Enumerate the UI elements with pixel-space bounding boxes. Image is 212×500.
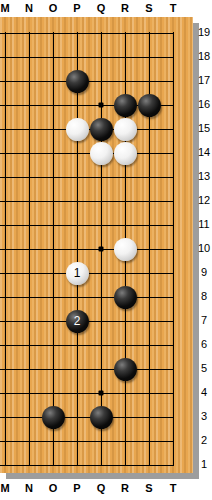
board-point-Q17[interactable] [89,69,113,93]
board-point-N19[interactable] [17,21,41,45]
board-point-R13[interactable] [113,165,137,189]
board-point-O18[interactable] [41,45,65,69]
board-point-O2[interactable] [41,429,65,453]
board-point-P9[interactable]: 1 [65,261,89,285]
black-stone-O3 [42,406,65,429]
black-stone-P7-move-2: 2 [66,310,89,333]
board-point-S3[interactable] [137,405,161,429]
board-point-Q7[interactable] [89,309,113,333]
board-point-P18[interactable] [65,45,89,69]
board-point-M5[interactable] [0,357,17,381]
board-point-O8[interactable] [41,285,65,309]
row-label-16: 16 [196,98,212,110]
board-point-N1[interactable] [17,453,41,477]
board-point-P13[interactable] [65,165,89,189]
column-label-bottom-S: S [137,482,161,494]
board-point-R10[interactable] [113,237,137,261]
board-point-Q3[interactable] [89,405,113,429]
board-point-O9[interactable] [41,261,65,285]
board-point-Q18[interactable] [89,45,113,69]
row-label-12: 12 [196,194,212,206]
row-label-10: 10 [196,242,212,254]
board-point-P17[interactable] [65,69,89,93]
column-label-top-S: S [137,2,161,14]
board-point-O11[interactable] [41,213,65,237]
board-point-R17[interactable] [113,69,137,93]
board-point-O19[interactable] [41,21,65,45]
board-point-M9[interactable] [0,261,17,285]
board-point-N3[interactable] [17,405,41,429]
row-label-17: 17 [196,74,212,86]
board-point-N15[interactable] [17,117,41,141]
board-point-R16[interactable] [113,93,137,117]
board-point-T15[interactable] [161,117,185,141]
row-label-5: 5 [196,362,212,374]
row-label-14: 14 [196,146,212,158]
board-point-T12[interactable] [161,189,185,213]
board-point-R8[interactable] [113,285,137,309]
board-point-S5[interactable] [137,357,161,381]
board-point-S2[interactable] [137,429,161,453]
board-point-N18[interactable] [17,45,41,69]
board-point-S17[interactable] [137,69,161,93]
board-point-R7[interactable] [113,309,137,333]
board-point-T17[interactable] [161,69,185,93]
board-point-T1[interactable] [161,453,185,477]
board-point-R19[interactable] [113,21,137,45]
board-point-Q1[interactable] [89,453,113,477]
board-point-O13[interactable] [41,165,65,189]
board-point-T18[interactable] [161,45,185,69]
white-stone-P9-move-1: 1 [66,262,89,285]
board-point-Q4[interactable] [89,381,113,405]
column-label-bottom-M: M [0,482,17,494]
board-point-M11[interactable] [0,213,17,237]
board-point-T4[interactable] [161,381,185,405]
board-point-O7[interactable] [41,309,65,333]
board-point-Q16[interactable] [89,93,113,117]
board-point-O12[interactable] [41,189,65,213]
board-point-R1[interactable] [113,453,137,477]
board-point-T6[interactable] [161,333,185,357]
board-point-O14[interactable] [41,141,65,165]
board-point-M13[interactable] [0,165,17,189]
board-point-S14[interactable] [137,141,161,165]
board-point-O3[interactable] [41,405,65,429]
black-stone-Q3 [90,406,113,429]
board-point-Q2[interactable] [89,429,113,453]
board-point-R4[interactable] [113,381,137,405]
board-point-Q8[interactable] [89,285,113,309]
board-point-P1[interactable] [65,453,89,477]
board-point-O16[interactable] [41,93,65,117]
board-point-N4[interactable] [17,381,41,405]
white-stone-P15 [66,118,89,141]
board-point-T9[interactable] [161,261,185,285]
black-stone-R8 [114,286,137,309]
black-stone-P17 [66,70,89,93]
row-label-13: 13 [196,170,212,182]
board-point-O4[interactable] [41,381,65,405]
black-stone-Q15 [90,118,113,141]
board-point-M16[interactable] [0,93,17,117]
board-point-N8[interactable] [17,285,41,309]
board-point-S1[interactable] [137,453,161,477]
row-label-15: 15 [196,122,212,134]
board-point-M3[interactable] [0,405,17,429]
board-point-O10[interactable] [41,237,65,261]
board-point-M14[interactable] [0,141,17,165]
board-point-T19[interactable] [161,21,185,45]
row-label-7: 7 [196,314,212,326]
board-point-P10[interactable] [65,237,89,261]
board-point-M2[interactable] [0,429,17,453]
board-point-N10[interactable] [17,237,41,261]
row-label-2: 2 [196,434,212,446]
board-point-N2[interactable] [17,429,41,453]
board-point-O15[interactable] [41,117,65,141]
board-point-M7[interactable] [0,309,17,333]
board-point-O5[interactable] [41,357,65,381]
board-point-P15[interactable] [65,117,89,141]
board-point-P5[interactable] [65,357,89,381]
black-stone-S16 [138,94,161,117]
board-point-T2[interactable] [161,429,185,453]
board-point-R12[interactable] [113,189,137,213]
board-point-M1[interactable] [0,453,17,477]
board-point-S9[interactable] [137,261,161,285]
board-point-P14[interactable] [65,141,89,165]
board-point-S15[interactable] [137,117,161,141]
board-point-T7[interactable] [161,309,185,333]
board-point-Q11[interactable] [89,213,113,237]
board-point-P8[interactable] [65,285,89,309]
board-point-M10[interactable] [0,237,17,261]
board-point-S4[interactable] [137,381,161,405]
column-label-top-Q: Q [89,2,113,14]
row-label-9: 9 [196,266,212,278]
board-point-O17[interactable] [41,69,65,93]
column-label-bottom-T: T [161,482,185,494]
board-point-N16[interactable] [17,93,41,117]
black-stone-R16 [114,94,137,117]
board-point-Q14[interactable] [89,141,113,165]
board-point-M8[interactable] [0,285,17,309]
board-point-Q5[interactable] [89,357,113,381]
board-point-N14[interactable] [17,141,41,165]
board-point-R3[interactable] [113,405,137,429]
board-point-O6[interactable] [41,333,65,357]
board-point-T5[interactable] [161,357,185,381]
column-label-top-T: T [161,2,185,14]
white-stone-R10 [114,238,137,261]
row-label-3: 3 [196,410,212,422]
board-point-N17[interactable] [17,69,41,93]
board-point-S7[interactable] [137,309,161,333]
board-point-S11[interactable] [137,213,161,237]
column-label-bottom-Q: Q [89,482,113,494]
board-point-T13[interactable] [161,165,185,189]
column-label-top-M: M [0,2,17,14]
board-point-N11[interactable] [17,213,41,237]
board-point-P4[interactable] [65,381,89,405]
board-point-S13[interactable] [137,165,161,189]
board-point-M6[interactable] [0,333,17,357]
board-point-P12[interactable] [65,189,89,213]
board-point-R6[interactable] [113,333,137,357]
board-point-S19[interactable] [137,21,161,45]
go-board: 12 [0,17,193,473]
board-point-S6[interactable] [137,333,161,357]
column-label-bottom-P: P [65,482,89,494]
board-point-R15[interactable] [113,117,137,141]
board-point-P16[interactable] [65,93,89,117]
black-stone-R5 [114,358,137,381]
board-point-T3[interactable] [161,405,185,429]
board-point-Q12[interactable] [89,189,113,213]
board-point-S12[interactable] [137,189,161,213]
board-point-Q10[interactable] [89,237,113,261]
column-label-top-O: O [41,2,65,14]
board-point-M17[interactable] [0,69,17,93]
board-point-Q13[interactable] [89,165,113,189]
row-label-18: 18 [196,50,212,62]
board-point-P19[interactable] [65,21,89,45]
board-point-T16[interactable] [161,93,185,117]
board-point-R11[interactable] [113,213,137,237]
white-stone-R15 [114,118,137,141]
row-label-6: 6 [196,338,212,350]
board-point-T10[interactable] [161,237,185,261]
board-point-P6[interactable] [65,333,89,357]
board-point-T11[interactable] [161,213,185,237]
board-point-R14[interactable] [113,141,137,165]
board-point-M15[interactable] [0,117,17,141]
go-board-grid: 12 [0,21,185,477]
column-label-bottom-R: R [113,482,137,494]
column-label-top-N: N [17,2,41,14]
board-point-M12[interactable] [0,189,17,213]
board-point-S10[interactable] [137,237,161,261]
board-point-Q9[interactable] [89,261,113,285]
board-point-S18[interactable] [137,45,161,69]
board-point-Q6[interactable] [89,333,113,357]
board-point-T14[interactable] [161,141,185,165]
column-label-top-P: P [65,2,89,14]
board-point-M18[interactable] [0,45,17,69]
board-point-R2[interactable] [113,429,137,453]
board-point-Q19[interactable] [89,21,113,45]
board-point-N12[interactable] [17,189,41,213]
board-point-M4[interactable] [0,381,17,405]
board-point-S8[interactable] [137,285,161,309]
board-point-P11[interactable] [65,213,89,237]
column-label-bottom-N: N [17,482,41,494]
row-label-11: 11 [196,218,212,230]
row-label-1: 1 [196,458,212,470]
board-point-R5[interactable] [113,357,137,381]
row-label-8: 8 [196,290,212,302]
board-point-N7[interactable] [17,309,41,333]
board-point-N6[interactable] [17,333,41,357]
board-point-N9[interactable] [17,261,41,285]
board-point-N13[interactable] [17,165,41,189]
white-stone-Q14 [90,142,113,165]
row-label-19: 19 [196,26,212,38]
board-point-M19[interactable] [0,21,17,45]
column-label-bottom-O: O [41,482,65,494]
board-point-R18[interactable] [113,45,137,69]
board-point-Q15[interactable] [89,117,113,141]
board-point-T8[interactable] [161,285,185,309]
board-point-P7[interactable]: 2 [65,309,89,333]
row-label-4: 4 [196,386,212,398]
board-point-P2[interactable] [65,429,89,453]
board-point-P3[interactable] [65,405,89,429]
board-point-S16[interactable] [137,93,161,117]
white-stone-R14 [114,142,137,165]
board-point-R9[interactable] [113,261,137,285]
go-diagram: MNOPQRST 12 1918171615141312111098765432… [0,0,212,500]
board-point-O1[interactable] [41,453,65,477]
column-label-top-R: R [113,2,137,14]
board-point-N5[interactable] [17,357,41,381]
